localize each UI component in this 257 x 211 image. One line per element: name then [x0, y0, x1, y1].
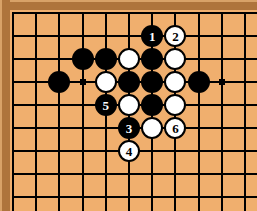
white-stone-move-6[interactable]: 6 — [164, 117, 186, 139]
black-stone[interactable] — [141, 48, 163, 70]
black-stone-move-3[interactable]: 3 — [118, 117, 140, 139]
grid-line-vertical — [221, 12, 223, 211]
white-stone[interactable] — [118, 94, 140, 116]
white-stone[interactable] — [164, 48, 186, 70]
black-stone-move-1[interactable]: 1 — [141, 25, 163, 47]
white-stone[interactable] — [95, 71, 117, 93]
white-stone-move-4[interactable]: 4 — [118, 140, 140, 162]
grid-line-horizontal — [12, 35, 257, 37]
black-stone[interactable] — [72, 48, 94, 70]
white-stone[interactable] — [118, 48, 140, 70]
white-stone[interactable] — [164, 71, 186, 93]
grid-line-vertical — [35, 12, 37, 211]
grid-line-vertical — [82, 12, 84, 211]
move-number-label: 4 — [126, 145, 133, 158]
black-stone-move-5[interactable]: 5 — [95, 94, 117, 116]
move-number-label: 2 — [172, 30, 179, 43]
black-stone[interactable] — [48, 71, 70, 93]
grid-line-vertical — [58, 12, 60, 211]
black-stone[interactable] — [141, 71, 163, 93]
black-stone[interactable] — [188, 71, 210, 93]
grid-line-vertical — [244, 12, 246, 211]
board-frame-top — [0, 0, 257, 10]
board-frame-left — [0, 0, 10, 211]
grid-line-vertical — [12, 12, 14, 211]
move-number-label: 1 — [149, 30, 156, 43]
move-number-label: 5 — [103, 99, 110, 112]
black-stone[interactable] — [95, 48, 117, 70]
goban-surface[interactable]: 125364 — [0, 0, 257, 211]
white-stone[interactable] — [164, 94, 186, 116]
go-diagram: 125364 — [0, 0, 257, 211]
white-stone[interactable] — [141, 117, 163, 139]
black-stone[interactable] — [141, 94, 163, 116]
move-number-label: 6 — [172, 122, 179, 135]
grid-line-horizontal — [12, 196, 257, 198]
grid-line-horizontal — [12, 173, 257, 175]
hoshi-point — [80, 79, 86, 85]
black-stone[interactable] — [118, 71, 140, 93]
white-stone-move-2[interactable]: 2 — [164, 25, 186, 47]
move-number-label: 3 — [126, 122, 133, 135]
grid-line-vertical — [198, 12, 200, 211]
grid-line-horizontal — [12, 12, 257, 14]
hoshi-point — [219, 79, 225, 85]
